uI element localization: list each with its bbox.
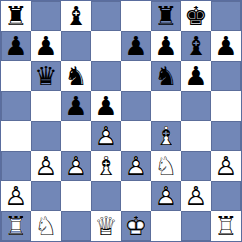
square-e6[interactable] [121, 61, 151, 91]
white-pawn-fill: ♟ [31, 151, 61, 181]
white-rook[interactable]: ♖ [1, 211, 31, 241]
white-queen-fill: ♛ [91, 211, 121, 241]
white-pawn[interactable]: ♙ [61, 151, 91, 181]
white-pawn-fill: ♟ [61, 151, 91, 181]
square-h2[interactable] [211, 181, 241, 211]
black-pawn[interactable]: ♟ [61, 91, 91, 121]
black-pawn[interactable]: ♟ [121, 31, 151, 61]
square-h4[interactable] [211, 121, 241, 151]
square-b7[interactable]: ♟ [31, 31, 61, 61]
square-e1[interactable]: ♚♔ [121, 211, 151, 241]
white-rook-fill: ♜ [1, 211, 31, 241]
square-c1[interactable] [61, 211, 91, 241]
square-h8[interactable] [211, 1, 241, 31]
white-king[interactable]: ♔ [121, 211, 151, 241]
square-d2[interactable] [91, 181, 121, 211]
square-h5[interactable] [211, 91, 241, 121]
white-pawn[interactable]: ♙ [181, 181, 211, 211]
black-pawn[interactable]: ♟ [31, 31, 61, 61]
square-b5[interactable] [31, 91, 61, 121]
square-g6[interactable]: ♟ [181, 61, 211, 91]
square-h7[interactable]: ♟ [211, 31, 241, 61]
square-g5[interactable] [181, 91, 211, 121]
square-g4[interactable] [181, 121, 211, 151]
square-f5[interactable] [151, 91, 181, 121]
square-g8[interactable]: ♚ [181, 1, 211, 31]
square-c5[interactable]: ♟ [61, 91, 91, 121]
black-pawn[interactable]: ♟ [211, 31, 241, 61]
white-rook-fill: ♜ [211, 211, 241, 241]
white-king-fill: ♚ [121, 211, 151, 241]
white-bishop-fill: ♝ [91, 151, 121, 181]
square-g2[interactable]: ♟♙ [181, 181, 211, 211]
square-h6[interactable] [211, 61, 241, 91]
black-rook[interactable]: ♜ [1, 1, 31, 31]
square-h1[interactable]: ♜♖ [211, 211, 241, 241]
square-a7[interactable]: ♟ [1, 31, 31, 61]
black-pawn[interactable]: ♟ [151, 31, 181, 61]
square-e4[interactable] [121, 121, 151, 151]
white-pawn[interactable]: ♙ [121, 151, 151, 181]
square-e5[interactable] [121, 91, 151, 121]
square-d6[interactable] [91, 61, 121, 91]
square-c4[interactable] [61, 121, 91, 151]
black-pawn[interactable]: ♟ [91, 91, 121, 121]
square-g7[interactable]: ♝ [181, 31, 211, 61]
square-a8[interactable]: ♜ [1, 1, 31, 31]
square-d4[interactable]: ♟♙ [91, 121, 121, 151]
square-f4[interactable]: ♝♗ [151, 121, 181, 151]
white-bishop[interactable]: ♗ [91, 151, 121, 181]
white-knight[interactable]: ♘ [151, 151, 181, 181]
square-a6[interactable] [1, 61, 31, 91]
square-b4[interactable] [31, 121, 61, 151]
white-bishop-fill: ♝ [151, 121, 181, 151]
square-d8[interactable] [91, 1, 121, 31]
square-c6[interactable]: ♞ [61, 61, 91, 91]
square-a1[interactable]: ♜♖ [1, 211, 31, 241]
square-d7[interactable] [91, 31, 121, 61]
white-pawn-fill: ♟ [211, 151, 241, 181]
square-f3[interactable]: ♞♘ [151, 151, 181, 181]
square-f7[interactable]: ♟ [151, 31, 181, 61]
square-d1[interactable]: ♛♕ [91, 211, 121, 241]
white-pawn[interactable]: ♙ [1, 181, 31, 211]
square-b8[interactable] [31, 1, 61, 31]
white-knight-fill: ♞ [151, 151, 181, 181]
black-pawn[interactable]: ♟ [181, 61, 211, 91]
white-pawn-fill: ♟ [181, 181, 211, 211]
square-c8[interactable]: ♝ [61, 1, 91, 31]
white-queen[interactable]: ♕ [91, 211, 121, 241]
black-knight[interactable]: ♞ [151, 61, 181, 91]
square-h3[interactable]: ♟♙ [211, 151, 241, 181]
square-e7[interactable]: ♟ [121, 31, 151, 61]
square-b1[interactable]: ♞♘ [31, 211, 61, 241]
square-a5[interactable] [1, 91, 31, 121]
black-bishop[interactable]: ♝ [61, 1, 91, 31]
square-a2[interactable]: ♟♙ [1, 181, 31, 211]
white-pawn-fill: ♟ [91, 121, 121, 151]
white-pawn[interactable]: ♙ [91, 121, 121, 151]
square-d5[interactable]: ♟ [91, 91, 121, 121]
square-e2[interactable] [121, 181, 151, 211]
chess-board: ♜♝♜♚♟♟♟♟♝♟♛♞♞♟♟♟♟♙♝♗♟♙♟♙♝♗♟♙♞♘♟♙♟♙♟♙♟♙♜♖… [0, 0, 242, 242]
square-b6[interactable]: ♛ [31, 61, 61, 91]
square-b2[interactable] [31, 181, 61, 211]
square-c7[interactable] [61, 31, 91, 61]
square-g1[interactable] [181, 211, 211, 241]
square-a3[interactable] [1, 151, 31, 181]
square-f8[interactable]: ♜ [151, 1, 181, 31]
white-pawn[interactable]: ♙ [151, 181, 181, 211]
white-knight-fill: ♞ [31, 211, 61, 241]
square-e3[interactable]: ♟♙ [121, 151, 151, 181]
black-queen[interactable]: ♛ [31, 61, 61, 91]
white-pawn-fill: ♟ [1, 181, 31, 211]
white-pawn-fill: ♟ [121, 151, 151, 181]
black-bishop[interactable]: ♝ [181, 31, 211, 61]
white-pawn[interactable]: ♙ [31, 151, 61, 181]
square-f6[interactable]: ♞ [151, 61, 181, 91]
black-knight[interactable]: ♞ [61, 61, 91, 91]
square-f1[interactable] [151, 211, 181, 241]
square-b3[interactable]: ♟♙ [31, 151, 61, 181]
chess-board-grid: ♜♝♜♚♟♟♟♟♝♟♛♞♞♟♟♟♟♙♝♗♟♙♟♙♝♗♟♙♞♘♟♙♟♙♟♙♟♙♜♖… [1, 1, 241, 241]
white-pawn-fill: ♟ [151, 181, 181, 211]
white-rook[interactable]: ♖ [211, 211, 241, 241]
white-pawn[interactable]: ♙ [211, 151, 241, 181]
square-d3[interactable]: ♝♗ [91, 151, 121, 181]
square-g3[interactable] [181, 151, 211, 181]
white-bishop[interactable]: ♗ [151, 121, 181, 151]
black-rook[interactable]: ♜ [151, 1, 181, 31]
square-e8[interactable] [121, 1, 151, 31]
square-c2[interactable] [61, 181, 91, 211]
white-knight[interactable]: ♘ [31, 211, 61, 241]
square-c3[interactable]: ♟♙ [61, 151, 91, 181]
black-pawn[interactable]: ♟ [1, 31, 31, 61]
square-a4[interactable] [1, 121, 31, 151]
black-king[interactable]: ♚ [181, 1, 211, 31]
square-f2[interactable]: ♟♙ [151, 181, 181, 211]
